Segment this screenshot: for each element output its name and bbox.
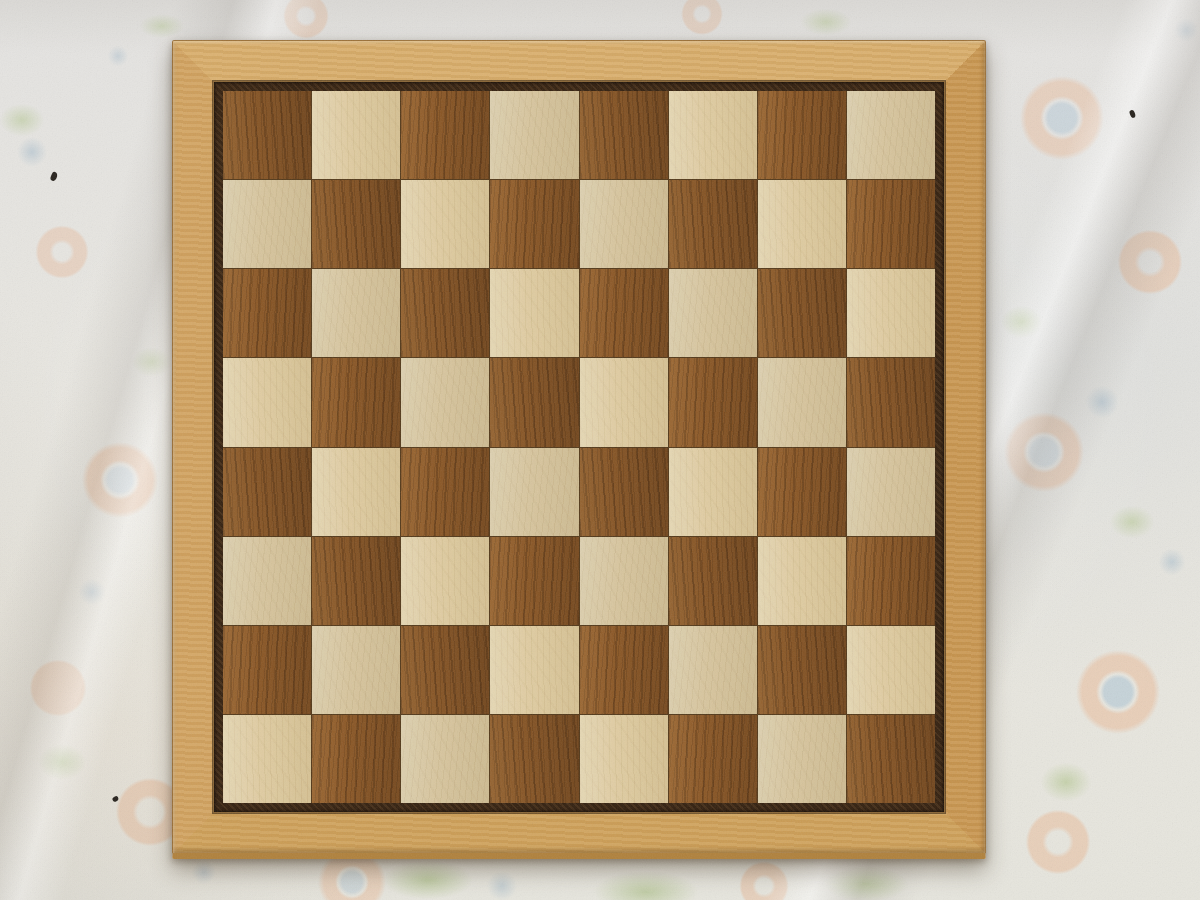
board-square[interactable] bbox=[847, 91, 935, 179]
board-square[interactable] bbox=[758, 715, 846, 803]
board-square[interactable] bbox=[401, 180, 489, 268]
board-square[interactable] bbox=[223, 448, 311, 536]
board-square[interactable] bbox=[669, 448, 757, 536]
board-square[interactable] bbox=[580, 626, 668, 714]
board-square[interactable] bbox=[847, 180, 935, 268]
board-square[interactable] bbox=[669, 91, 757, 179]
board-square[interactable] bbox=[223, 91, 311, 179]
board-square[interactable] bbox=[847, 626, 935, 714]
board-square[interactable] bbox=[490, 715, 578, 803]
board-square[interactable] bbox=[847, 715, 935, 803]
board-square[interactable] bbox=[669, 358, 757, 446]
board-square[interactable] bbox=[401, 269, 489, 357]
board-square[interactable] bbox=[312, 91, 400, 179]
board-square[interactable] bbox=[847, 537, 935, 625]
board-square[interactable] bbox=[312, 626, 400, 714]
board-square[interactable] bbox=[758, 448, 846, 536]
board-square[interactable] bbox=[401, 358, 489, 446]
chessboard bbox=[172, 40, 986, 859]
board-square[interactable] bbox=[669, 626, 757, 714]
board-square[interactable] bbox=[669, 180, 757, 268]
board-square[interactable] bbox=[223, 358, 311, 446]
board-square[interactable] bbox=[312, 448, 400, 536]
board-square[interactable] bbox=[401, 715, 489, 803]
board-square[interactable] bbox=[580, 269, 668, 357]
board-square[interactable] bbox=[580, 91, 668, 179]
board-grid bbox=[223, 91, 935, 803]
board-inner-border bbox=[214, 82, 944, 812]
board-square[interactable] bbox=[758, 91, 846, 179]
board-square[interactable] bbox=[490, 180, 578, 268]
board-square[interactable] bbox=[312, 358, 400, 446]
board-square[interactable] bbox=[669, 269, 757, 357]
board-square[interactable] bbox=[490, 269, 578, 357]
board-square[interactable] bbox=[223, 537, 311, 625]
board-square[interactable] bbox=[758, 537, 846, 625]
board-square[interactable] bbox=[312, 537, 400, 625]
board-square[interactable] bbox=[490, 537, 578, 625]
board-square[interactable] bbox=[580, 448, 668, 536]
board-square[interactable] bbox=[401, 537, 489, 625]
board-square[interactable] bbox=[312, 715, 400, 803]
board-square[interactable] bbox=[223, 180, 311, 268]
board-square[interactable] bbox=[669, 537, 757, 625]
board-square[interactable] bbox=[490, 91, 578, 179]
board-square[interactable] bbox=[669, 715, 757, 803]
board-square[interactable] bbox=[580, 180, 668, 268]
board-square[interactable] bbox=[223, 269, 311, 357]
board-frame bbox=[172, 40, 986, 859]
board-square[interactable] bbox=[490, 448, 578, 536]
board-square[interactable] bbox=[847, 448, 935, 536]
board-square[interactable] bbox=[758, 626, 846, 714]
board-square[interactable] bbox=[490, 626, 578, 714]
board-square[interactable] bbox=[758, 269, 846, 357]
board-square[interactable] bbox=[758, 180, 846, 268]
board-square[interactable] bbox=[580, 537, 668, 625]
board-square[interactable] bbox=[312, 180, 400, 268]
board-square[interactable] bbox=[223, 715, 311, 803]
board-square[interactable] bbox=[223, 626, 311, 714]
board-square[interactable] bbox=[401, 448, 489, 536]
board-square[interactable] bbox=[401, 626, 489, 714]
board-square[interactable] bbox=[847, 358, 935, 446]
board-square[interactable] bbox=[490, 358, 578, 446]
board-square[interactable] bbox=[580, 358, 668, 446]
board-square[interactable] bbox=[847, 269, 935, 357]
board-square[interactable] bbox=[401, 91, 489, 179]
board-square[interactable] bbox=[580, 715, 668, 803]
board-square[interactable] bbox=[312, 269, 400, 357]
board-square[interactable] bbox=[758, 358, 846, 446]
